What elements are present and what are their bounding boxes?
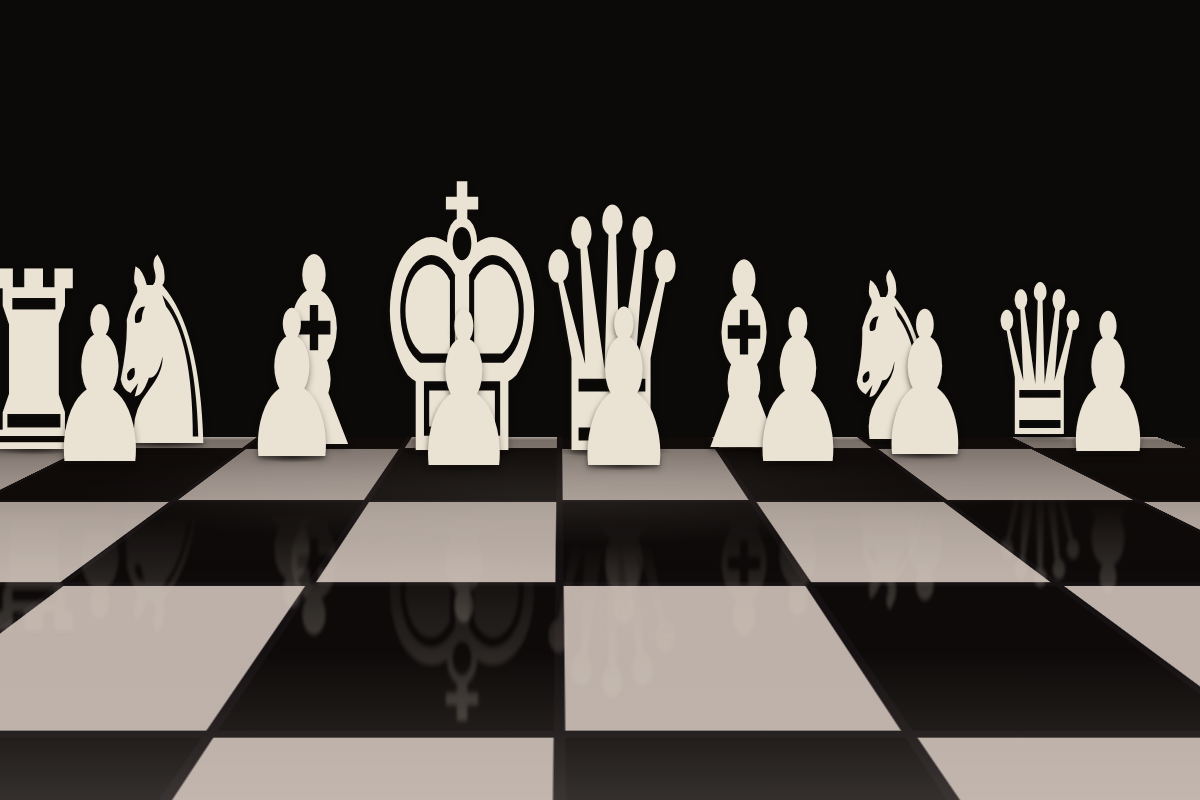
chess-photo-scene: ♜♜♟♟♞♞♟♟♝♝♟♟♚♚♟♟♛♛♝♝♟♟♞♞♟♟♛♛♟♟: [0, 0, 1200, 800]
chess-piece-pawn: ♟: [745, 283, 851, 494]
chess-piece-pawn: ♟: [875, 286, 975, 485]
chess-piece-pawn: ♟: [410, 284, 517, 498]
chess-piece-pawn: ♟: [46, 279, 154, 494]
chess-piece-pawn: ♟: [1060, 289, 1156, 481]
chess-piece-pawn: ♟: [241, 285, 343, 488]
pieces-layer: ♜♜♟♟♞♞♟♟♝♝♟♟♚♚♟♟♛♛♝♝♟♟♞♞♟♟♛♛♟♟: [0, 0, 1200, 800]
chess-piece-pawn: ♟: [570, 282, 679, 499]
